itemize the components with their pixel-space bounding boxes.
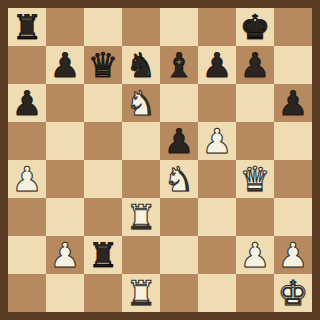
white-king-h1[interactable]: ♚	[278, 274, 308, 312]
square-g8[interactable]: ♚	[236, 8, 274, 46]
square-e3[interactable]	[160, 198, 198, 236]
black-rook-c2[interactable]: ♜	[88, 236, 118, 274]
square-e1[interactable]	[160, 274, 198, 312]
square-c5[interactable]	[84, 122, 122, 160]
square-d6[interactable]: ♞	[122, 84, 160, 122]
square-a3[interactable]	[8, 198, 46, 236]
white-pawn-g2[interactable]: ♟	[240, 236, 270, 274]
square-d7[interactable]: ♞	[122, 46, 160, 84]
square-f7[interactable]: ♟	[198, 46, 236, 84]
white-rook-d1[interactable]: ♜	[126, 274, 156, 312]
square-a6[interactable]: ♟	[8, 84, 46, 122]
square-e8[interactable]	[160, 8, 198, 46]
square-h7[interactable]	[274, 46, 312, 84]
square-e2[interactable]	[160, 236, 198, 274]
black-pawn-a6[interactable]: ♟	[12, 84, 42, 122]
black-rook-a8[interactable]: ♜	[12, 8, 42, 46]
white-pawn-h2[interactable]: ♟	[278, 236, 308, 274]
white-pawn-a4[interactable]: ♟	[12, 160, 42, 198]
square-b8[interactable]	[46, 8, 84, 46]
square-f4[interactable]	[198, 160, 236, 198]
square-h3[interactable]	[274, 198, 312, 236]
black-queen-c7[interactable]: ♛	[88, 46, 118, 84]
square-c6[interactable]	[84, 84, 122, 122]
square-e4[interactable]: ♞	[160, 160, 198, 198]
square-g7[interactable]: ♟	[236, 46, 274, 84]
black-pawn-f7[interactable]: ♟	[202, 46, 232, 84]
black-pawn-e5[interactable]: ♟	[164, 122, 194, 160]
chess-board: ♜♚♟♛♞♝♟♟♟♞♟♟♟♟♞♛♜♟♜♟♟♜♚	[8, 8, 312, 312]
square-c1[interactable]	[84, 274, 122, 312]
square-a8[interactable]: ♜	[8, 8, 46, 46]
square-f8[interactable]	[198, 8, 236, 46]
square-h8[interactable]	[274, 8, 312, 46]
black-pawn-b7[interactable]: ♟	[50, 46, 80, 84]
square-h5[interactable]	[274, 122, 312, 160]
square-h6[interactable]: ♟	[274, 84, 312, 122]
square-d2[interactable]	[122, 236, 160, 274]
square-e6[interactable]	[160, 84, 198, 122]
black-pawn-h6[interactable]: ♟	[278, 84, 308, 122]
square-h2[interactable]: ♟	[274, 236, 312, 274]
square-d5[interactable]	[122, 122, 160, 160]
square-c7[interactable]: ♛	[84, 46, 122, 84]
square-g5[interactable]	[236, 122, 274, 160]
square-e5[interactable]: ♟	[160, 122, 198, 160]
board-frame: ♜♚♟♛♞♝♟♟♟♞♟♟♟♟♞♛♜♟♜♟♟♜♚	[0, 0, 320, 320]
square-d1[interactable]: ♜	[122, 274, 160, 312]
square-f3[interactable]	[198, 198, 236, 236]
square-c4[interactable]	[84, 160, 122, 198]
square-h4[interactable]	[274, 160, 312, 198]
square-a4[interactable]: ♟	[8, 160, 46, 198]
square-b7[interactable]: ♟	[46, 46, 84, 84]
square-b2[interactable]: ♟	[46, 236, 84, 274]
black-knight-d7[interactable]: ♞	[126, 46, 156, 84]
square-f2[interactable]	[198, 236, 236, 274]
square-g4[interactable]: ♛	[236, 160, 274, 198]
square-a7[interactable]	[8, 46, 46, 84]
white-knight-d6[interactable]: ♞	[126, 84, 156, 122]
square-b4[interactable]	[46, 160, 84, 198]
white-queen-g4[interactable]: ♛	[240, 160, 270, 198]
white-pawn-b2[interactable]: ♟	[50, 236, 80, 274]
white-pawn-f5[interactable]: ♟	[202, 122, 232, 160]
square-e7[interactable]: ♝	[160, 46, 198, 84]
square-f6[interactable]	[198, 84, 236, 122]
square-g6[interactable]	[236, 84, 274, 122]
square-d3[interactable]: ♜	[122, 198, 160, 236]
square-b5[interactable]	[46, 122, 84, 160]
square-g2[interactable]: ♟	[236, 236, 274, 274]
white-rook-d3[interactable]: ♜	[126, 198, 156, 236]
square-c2[interactable]: ♜	[84, 236, 122, 274]
square-b1[interactable]	[46, 274, 84, 312]
square-h1[interactable]: ♚	[274, 274, 312, 312]
square-a5[interactable]	[8, 122, 46, 160]
black-bishop-e7[interactable]: ♝	[164, 46, 194, 84]
square-f5[interactable]: ♟	[198, 122, 236, 160]
square-f1[interactable]	[198, 274, 236, 312]
square-a1[interactable]	[8, 274, 46, 312]
square-a2[interactable]	[8, 236, 46, 274]
square-d4[interactable]	[122, 160, 160, 198]
square-b6[interactable]	[46, 84, 84, 122]
black-pawn-g7[interactable]: ♟	[240, 46, 270, 84]
black-king-g8[interactable]: ♚	[240, 8, 270, 46]
square-c8[interactable]	[84, 8, 122, 46]
white-knight-e4[interactable]: ♞	[164, 160, 194, 198]
square-c3[interactable]	[84, 198, 122, 236]
square-g1[interactable]	[236, 274, 274, 312]
square-g3[interactable]	[236, 198, 274, 236]
square-b3[interactable]	[46, 198, 84, 236]
square-d8[interactable]	[122, 8, 160, 46]
